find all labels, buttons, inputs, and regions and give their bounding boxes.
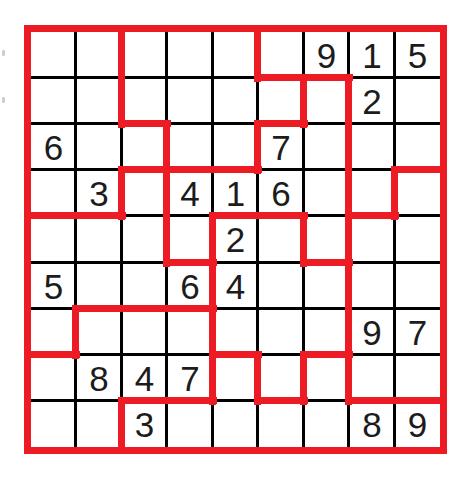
cell-r6c4[interactable]: 6: [167, 263, 213, 309]
cell-r1c1[interactable]: [31, 32, 76, 78]
cell-r6c5[interactable]: 4: [213, 263, 258, 309]
cell-r8c5[interactable]: [213, 355, 258, 401]
cell-r8c6[interactable]: [258, 355, 304, 401]
cell-r5c2[interactable]: [76, 216, 122, 263]
cell-r9c7[interactable]: [304, 401, 349, 447]
given-digit: 3: [89, 176, 108, 211]
cell-r2c2[interactable]: [76, 78, 122, 124]
cell-r4c9[interactable]: [395, 170, 440, 216]
given-digit: 9: [317, 38, 336, 73]
cell-r5c1[interactable]: [31, 216, 76, 263]
cell-r3c8[interactable]: [349, 124, 395, 170]
cell-r9c5[interactable]: [213, 401, 258, 447]
given-digit: 8: [89, 361, 108, 396]
sudoku-board: 9152673416256497847389: [24, 25, 447, 454]
cell-r1c7[interactable]: 9: [304, 32, 349, 78]
cell-r7c8[interactable]: 9: [349, 309, 395, 355]
cell-r2c5[interactable]: [213, 78, 258, 124]
given-digit: 4: [226, 269, 245, 304]
cell-r8c7[interactable]: [304, 355, 349, 401]
given-digit: 7: [271, 130, 290, 165]
cell-r2c9[interactable]: [395, 78, 440, 124]
cell-r4c1[interactable]: [31, 170, 76, 216]
cell-r1c8[interactable]: 1: [349, 32, 395, 78]
cell-r7c5[interactable]: [213, 309, 258, 355]
cell-r7c9[interactable]: 7: [395, 309, 440, 355]
cell-r9c6[interactable]: [258, 401, 304, 447]
given-digit: 3: [135, 407, 154, 442]
given-digit: 6: [271, 176, 290, 211]
given-digit: 5: [408, 38, 427, 73]
cell-r3c4[interactable]: [167, 124, 213, 170]
cell-r3c9[interactable]: [395, 124, 440, 170]
given-digit: 6: [44, 130, 63, 165]
cell-r4c8[interactable]: [349, 170, 395, 216]
cell-r5c4[interactable]: [167, 216, 213, 263]
given-digit: 4: [135, 361, 154, 396]
given-digit: 4: [180, 176, 199, 211]
given-digit: 7: [180, 361, 199, 396]
cell-r4c3[interactable]: [122, 170, 167, 216]
cell-r2c6[interactable]: [258, 78, 304, 124]
cell-r3c3[interactable]: [122, 124, 167, 170]
cell-r6c9[interactable]: [395, 263, 440, 309]
cell-r2c1[interactable]: [31, 78, 76, 124]
cell-r8c8[interactable]: [349, 355, 395, 401]
cell-r2c8[interactable]: 2: [349, 78, 395, 124]
given-digit: 9: [362, 315, 381, 350]
cell-r8c1[interactable]: [31, 355, 76, 401]
cell-r5c6[interactable]: [258, 216, 304, 263]
cell-r8c3[interactable]: 4: [122, 355, 167, 401]
cell-r2c3[interactable]: [122, 78, 167, 124]
cell-r5c9[interactable]: [395, 216, 440, 263]
cell-r7c3[interactable]: [122, 309, 167, 355]
stray-mark: [2, 50, 5, 56]
cell-r7c7[interactable]: [304, 309, 349, 355]
cell-r3c2[interactable]: [76, 124, 122, 170]
cell-r3c6[interactable]: 7: [258, 124, 304, 170]
cell-r6c8[interactable]: [349, 263, 395, 309]
cell-r9c3[interactable]: 3: [122, 401, 167, 447]
cell-r9c1[interactable]: [31, 401, 76, 447]
cell-r2c4[interactable]: [167, 78, 213, 124]
cell-r5c5[interactable]: 2: [213, 216, 258, 263]
cell-r4c5[interactable]: 1: [213, 170, 258, 216]
given-digit: 7: [408, 315, 427, 350]
stray-mark: [2, 97, 5, 103]
cell-r6c1[interactable]: 5: [31, 263, 76, 309]
given-digit: 1: [226, 176, 245, 211]
cell-r2c7[interactable]: [304, 78, 349, 124]
cell-r1c6[interactable]: [258, 32, 304, 78]
cell-r3c7[interactable]: [304, 124, 349, 170]
cell-r1c2[interactable]: [76, 32, 122, 78]
cell-r7c6[interactable]: [258, 309, 304, 355]
cell-r4c2[interactable]: 3: [76, 170, 122, 216]
given-digit: 2: [362, 84, 381, 119]
cell-r6c2[interactable]: [76, 263, 122, 309]
given-digit: 9: [408, 407, 427, 442]
cell-r7c1[interactable]: [31, 309, 76, 355]
cell-r1c5[interactable]: [213, 32, 258, 78]
puzzle-image: 9152673416256497847389: [0, 0, 474, 493]
cell-r9c4[interactable]: [167, 401, 213, 447]
cell-r7c2[interactable]: [76, 309, 122, 355]
cell-r4c7[interactable]: [304, 170, 349, 216]
given-digit: 6: [180, 269, 199, 304]
cell-r9c8[interactable]: 8: [349, 401, 395, 447]
cell-r8c4[interactable]: 7: [167, 355, 213, 401]
given-digit: 1: [362, 38, 381, 73]
cell-r6c3[interactable]: [122, 263, 167, 309]
cell-r8c2[interactable]: 8: [76, 355, 122, 401]
cell-r5c8[interactable]: [349, 216, 395, 263]
given-digit: 2: [226, 222, 245, 257]
cell-r4c4[interactable]: 4: [167, 170, 213, 216]
cell-r3c1[interactable]: 6: [31, 124, 76, 170]
cell-r1c3[interactable]: [122, 32, 167, 78]
cell-r6c7[interactable]: [304, 263, 349, 309]
cell-r1c9[interactable]: 5: [395, 32, 440, 78]
cell-r5c7[interactable]: [304, 216, 349, 263]
cell-r6c6[interactable]: [258, 263, 304, 309]
cell-r7c4[interactable]: [167, 309, 213, 355]
cell-r8c9[interactable]: [395, 355, 440, 401]
cell-r3c5[interactable]: [213, 124, 258, 170]
given-digit: 8: [362, 407, 381, 442]
given-digit: 5: [44, 269, 63, 304]
cell-r9c9[interactable]: 9: [395, 401, 440, 447]
cell-r4c6[interactable]: 6: [258, 170, 304, 216]
cell-r5c3[interactable]: [122, 216, 167, 263]
cell-r9c2[interactable]: [76, 401, 122, 447]
cell-r1c4[interactable]: [167, 32, 213, 78]
